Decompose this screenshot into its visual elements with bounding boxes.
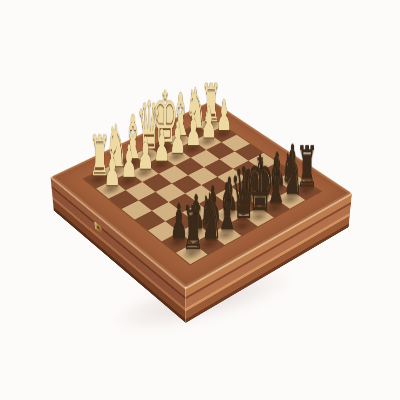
scene: ♜♞♝♛♚♝♞♜♟♟♟♟♟♟♟♟♟♟♟♟♟♟♟♟♜♞♝♛♚♝♞♜	[0, 0, 400, 400]
white-pawn: ♟	[200, 103, 216, 144]
white-pawn: ♟	[120, 141, 137, 184]
white-pawn: ♟	[185, 111, 201, 152]
white-pawn: ♟	[136, 133, 153, 175]
brass-clasp-icon	[94, 221, 102, 234]
black-rook: ♜	[181, 199, 204, 256]
chess-set-photo: ♜♞♝♛♚♝♞♜♟♟♟♟♟♟♟♟♟♟♟♟♟♟♟♟♜♞♝♛♚♝♞♜	[0, 0, 400, 400]
white-pawn: ♟	[103, 149, 120, 192]
white-pawn: ♟	[215, 96, 231, 136]
box-lid-top: ♜♞♝♛♚♝♞♜♟♟♟♟♟♟♟♟♟♟♟♟♟♟♟♟♜♞♝♛♚♝♞♜	[51, 100, 353, 288]
chess-box: ♜♞♝♛♚♝♞♜♟♟♟♟♟♟♟♟♟♟♟♟♟♟♟♟♜♞♝♛♚♝♞♜	[51, 100, 353, 288]
white-pawn: ♟	[153, 126, 170, 168]
white-pawn: ♟	[169, 118, 185, 160]
